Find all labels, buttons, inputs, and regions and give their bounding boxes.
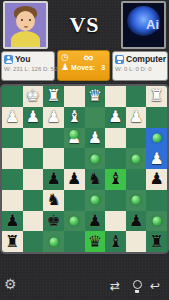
- avatar-eye: [29, 19, 31, 21]
- legal-move-dot: [70, 216, 79, 225]
- square-f2[interactable]: ♟: [43, 107, 64, 128]
- square-g7[interactable]: [23, 211, 44, 232]
- square-b6[interactable]: [126, 190, 147, 211]
- black-rook: ♜: [5, 232, 19, 252]
- square-e6[interactable]: [64, 190, 85, 211]
- square-b7[interactable]: ♟: [126, 211, 147, 232]
- chess-app-screen: VS Ai You W: 231 L: 126 D: 52 ◷ ∞ ♟ Move…: [0, 0, 169, 300]
- black-pawn: ♟: [88, 211, 102, 231]
- white-pawn: ♟: [46, 107, 60, 127]
- square-e4[interactable]: [64, 148, 85, 169]
- white-queen: ♛: [88, 86, 102, 106]
- square-c6[interactable]: [105, 190, 126, 211]
- square-g8[interactable]: [23, 231, 44, 252]
- square-c2[interactable]: ♟: [105, 107, 126, 128]
- square-h1[interactable]: [2, 86, 23, 107]
- square-a8[interactable]: ♜: [146, 231, 167, 252]
- black-queen: ♛: [88, 232, 102, 252]
- square-a4[interactable]: ♟: [146, 148, 167, 169]
- avatar-shirt: [11, 31, 40, 49]
- square-c3[interactable]: [105, 128, 126, 149]
- square-f8[interactable]: [43, 231, 64, 252]
- square-d4[interactable]: [85, 148, 106, 169]
- black-bishop: ♝: [108, 232, 122, 252]
- black-pawn: ♟: [67, 169, 81, 189]
- square-c1[interactable]: [105, 86, 126, 107]
- avatar-eye: [21, 19, 23, 21]
- white-rook: ♜: [46, 86, 60, 106]
- square-e3[interactable]: ♟: [64, 128, 85, 149]
- square-d3[interactable]: ♟: [85, 128, 106, 149]
- lightbulb-globe: [133, 280, 142, 289]
- chess-board: ♚♜♛♜♟♟♟♝♟♟♟♟♟♟♟♞♝♟♞♟♚♟♟♜♛♝♜: [2, 86, 167, 252]
- moves-label: Moves:: [71, 64, 95, 71]
- legal-move-dot: [132, 196, 141, 205]
- person-icon: [4, 55, 13, 64]
- white-pawn: ♟: [150, 149, 164, 169]
- black-pawn: ♟: [129, 211, 143, 231]
- square-h3[interactable]: [2, 128, 23, 149]
- square-d6[interactable]: [85, 190, 106, 211]
- square-h8[interactable]: ♜: [2, 231, 23, 252]
- lightbulb-base: [135, 290, 139, 293]
- computer-stats: W: 0 L: 0 D: 0: [115, 66, 165, 72]
- square-e1[interactable]: [64, 86, 85, 107]
- settings-gear-icon[interactable]: ⚙: [4, 276, 17, 292]
- square-e8[interactable]: [64, 231, 85, 252]
- time-mode: ∞: [71, 52, 106, 62]
- square-c8[interactable]: ♝: [105, 231, 126, 252]
- avatar-face: [16, 11, 35, 31]
- square-c7[interactable]: [105, 211, 126, 232]
- square-b2[interactable]: ♟: [126, 107, 147, 128]
- player-stats: W: 231 L: 126 D: 52: [4, 66, 52, 72]
- white-pawn: ♟: [5, 107, 19, 127]
- header: VS Ai: [0, 0, 169, 49]
- square-g6[interactable]: [23, 190, 44, 211]
- square-c5[interactable]: ♝: [105, 169, 126, 190]
- square-f5[interactable]: ♟: [43, 169, 64, 190]
- square-f7[interactable]: ♚: [43, 211, 64, 232]
- black-pawn: ♟: [46, 169, 60, 189]
- square-h2[interactable]: ♟: [2, 107, 23, 128]
- square-b3[interactable]: [126, 128, 147, 149]
- square-a2[interactable]: [146, 107, 167, 128]
- square-a3[interactable]: [146, 128, 167, 149]
- square-a6[interactable]: [146, 190, 167, 211]
- white-pawn: ♟: [129, 107, 143, 127]
- square-g2[interactable]: ♟: [23, 107, 44, 128]
- legal-move-dot: [152, 216, 161, 225]
- avatar-mouth: [24, 26, 28, 28]
- computer-icon: [115, 55, 124, 64]
- computer-name: Computer: [126, 54, 166, 64]
- legal-move-dot: [152, 133, 161, 142]
- flip-board-icon[interactable]: ⇄: [110, 279, 120, 293]
- white-pawn: ♟: [108, 107, 122, 127]
- square-f6[interactable]: ♞: [43, 190, 64, 211]
- square-d2[interactable]: [85, 107, 106, 128]
- square-g3[interactable]: [23, 128, 44, 149]
- clock-icon: ◷: [61, 53, 69, 62]
- square-d8[interactable]: ♛: [85, 231, 106, 252]
- legal-move-dot: [90, 196, 99, 205]
- square-g5[interactable]: [23, 169, 44, 190]
- player-avatar: [3, 1, 48, 49]
- legal-move-dot: [70, 130, 79, 139]
- square-c4[interactable]: [105, 148, 126, 169]
- white-pawn: ♟: [88, 128, 102, 148]
- legal-move-dot: [132, 154, 141, 163]
- square-h6[interactable]: [2, 190, 23, 211]
- player-panel: You W: 231 L: 126 D: 52: [1, 51, 55, 81]
- legal-move-dot: [90, 154, 99, 163]
- white-pawn: ♟: [26, 107, 40, 127]
- black-knight: ♞: [46, 190, 60, 210]
- black-rook: ♜: [150, 232, 164, 252]
- square-h7[interactable]: ♟: [2, 211, 23, 232]
- square-f4[interactable]: [43, 148, 64, 169]
- vs-label: VS: [48, 12, 121, 38]
- game-status-panel: ◷ ∞ ♟ Moves: 3: [57, 50, 110, 81]
- square-h5[interactable]: [2, 169, 23, 190]
- square-e2[interactable]: ♝: [64, 107, 85, 128]
- white-rook: ♜: [150, 86, 164, 106]
- square-g4[interactable]: [23, 148, 44, 169]
- undo-move-icon[interactable]: ↩: [150, 279, 160, 293]
- square-h4[interactable]: [2, 148, 23, 169]
- legal-move-dot: [49, 237, 58, 246]
- player-name: You: [15, 54, 30, 64]
- square-a5[interactable]: ♟: [146, 169, 167, 190]
- square-b5[interactable]: [126, 169, 147, 190]
- black-pawn: ♟: [5, 211, 19, 231]
- white-bishop: ♝: [67, 107, 81, 127]
- hint-lightbulb-icon[interactable]: [133, 280, 141, 288]
- square-a1[interactable]: ♜: [146, 86, 167, 107]
- ai-avatar: Ai: [121, 1, 166, 49]
- square-e7[interactable]: [64, 211, 85, 232]
- square-e5[interactable]: ♟: [64, 169, 85, 190]
- ai-avatar-label: Ai: [146, 17, 159, 32]
- square-f1[interactable]: ♜: [43, 86, 64, 107]
- black-king: ♚: [46, 211, 60, 231]
- board-frame: ♚♜♛♜♟♟♟♝♟♟♟♟♟♟♟♞♝♟♞♟♚♟♟♜♛♝♜: [0, 84, 169, 254]
- square-b1[interactable]: [126, 86, 147, 107]
- square-g1[interactable]: ♚: [23, 86, 44, 107]
- moves-count: 3: [101, 64, 105, 71]
- computer-panel: Computer W: 0 L: 0 D: 0: [112, 51, 168, 81]
- black-bishop: ♝: [108, 169, 122, 189]
- square-b8[interactable]: [126, 231, 147, 252]
- square-f3[interactable]: [43, 128, 64, 149]
- black-pawn: ♟: [150, 169, 164, 189]
- square-d7[interactable]: ♟: [85, 211, 106, 232]
- black-knight: ♞: [88, 169, 102, 189]
- pawn-icon: ♟: [61, 63, 69, 72]
- square-a7[interactable]: [146, 211, 167, 232]
- white-king: ♚: [26, 86, 40, 106]
- square-d1[interactable]: ♛: [85, 86, 106, 107]
- square-b4[interactable]: [126, 148, 147, 169]
- square-d5[interactable]: ♞: [85, 169, 106, 190]
